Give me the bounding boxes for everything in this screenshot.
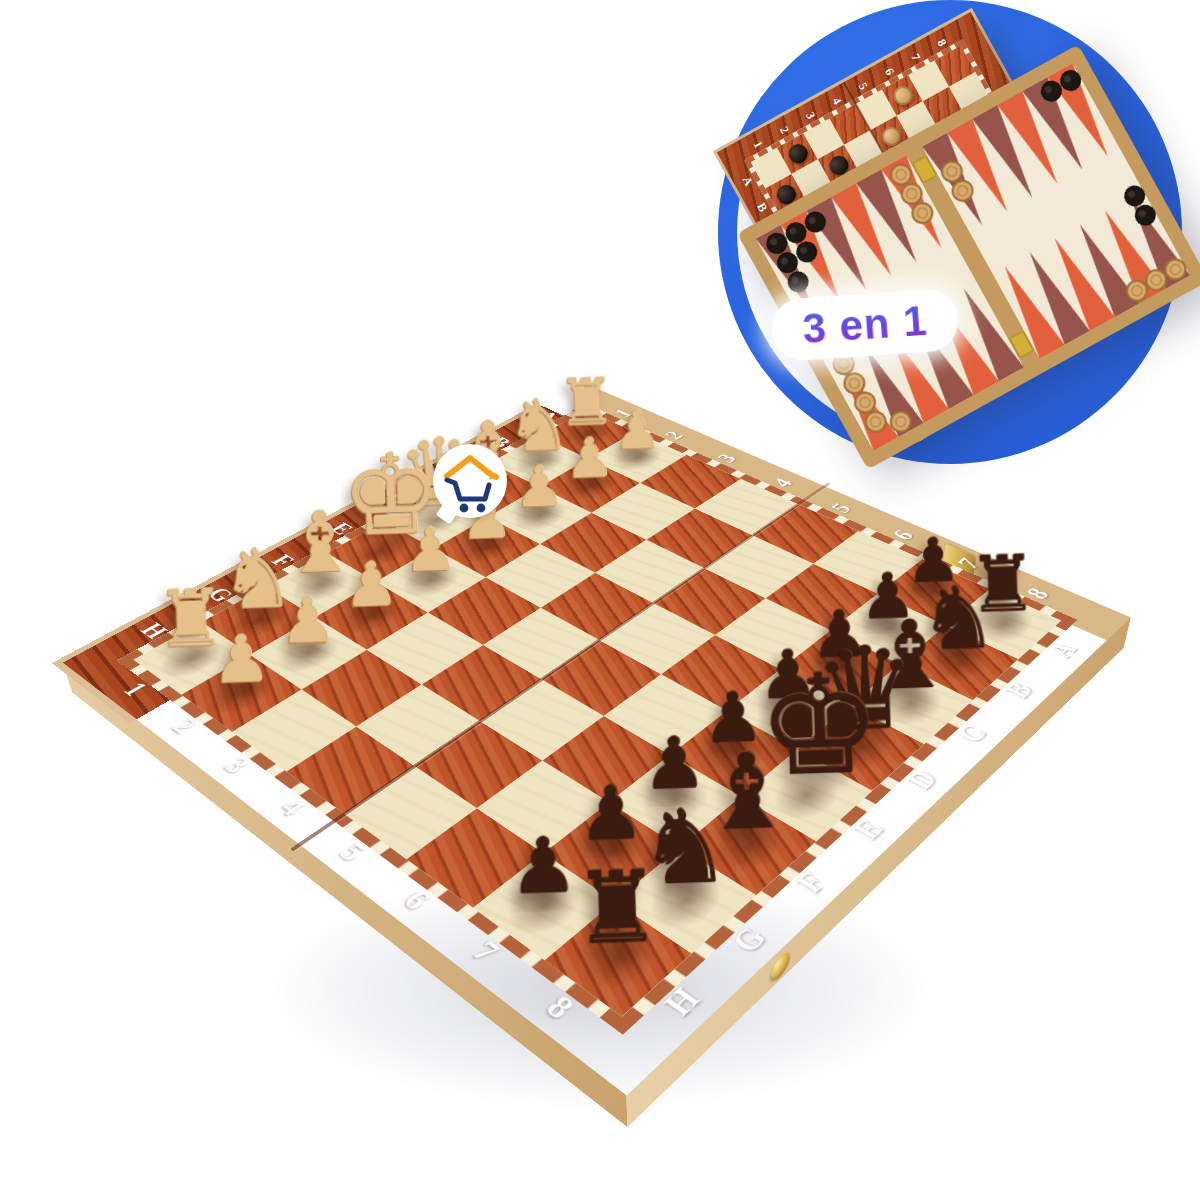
badge-text: 3 en 1 xyxy=(801,297,929,354)
white-pawn-H2: ♟ xyxy=(181,655,301,732)
white-pawn-glyph: ♟ xyxy=(197,626,284,693)
badge-3-en-1: 3 en 1 xyxy=(770,288,960,363)
marketplace-watermark xyxy=(431,444,509,524)
chess-board-3d: ♜♞♝♛♚♝♞♜♟♟♟♟♟♟♟♟♟♟♟♟♟♟♟♟♜♞♝♛♚♝♞♜ HH11GG2… xyxy=(63,383,1131,1096)
home-cart-icon xyxy=(433,444,507,518)
chess-scene: ♜♞♝♛♚♝♞♜♟♟♟♟♟♟♟♟♟♟♟♟♟♟♟♟♜♞♝♛♚♝♞♜ HH11GG2… xyxy=(0,0,1200,1200)
square-B4 xyxy=(647,508,753,568)
rank-label-left-1: 1 xyxy=(86,660,185,721)
board-frame: ♜♞♝♛♚♝♞♜♟♟♟♟♟♟♟♟♟♟♟♟♟♟♟♟♜♞♝♛♚♝♞♜ HH11GG2… xyxy=(63,383,1131,1096)
black-rook-glyph: ♜ xyxy=(563,857,670,959)
product-photo: 1A2B3C4D5E6F7G8H 3 en 1 ♜♞♝♛♚♝♞♜♟♟♟♟♟♟♟♟… xyxy=(0,0,1200,1200)
playing-area: ♜♞♝♛♚♝♞♜♟♟♟♟♟♟♟♟♟♟♟♟♟♟♟♟♜♞♝♛♚♝♞♜ xyxy=(134,410,1062,1016)
